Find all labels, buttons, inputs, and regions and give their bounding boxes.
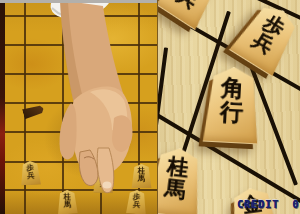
credit-value: 0 (292, 199, 299, 210)
arcade-screen: 歩 兵 歩 兵 桂 馬 桂 馬 歩 兵 (0, 0, 300, 214)
credit-counter: CREDIT0 (237, 199, 299, 210)
video-board-panel: 歩 兵 歩 兵 桂 馬 桂 馬 歩 兵 (0, 0, 157, 214)
piece-face: 角 行 (201, 66, 263, 145)
curled-finger (112, 115, 133, 152)
piece-kanji: 行 (219, 100, 243, 126)
piece-pawn-partial[interactable]: 歩 兵 (157, 0, 228, 31)
credit-label: CREDIT (237, 199, 279, 210)
fingernail (103, 182, 112, 189)
player-hand (0, 0, 157, 214)
piece-kanji: 兵 (174, 0, 201, 12)
closeup-board-panel: 歩 兵 歩 兵 角 行 桂 馬 (157, 0, 300, 214)
piece-keima-knight[interactable]: 桂 馬 (157, 145, 207, 214)
piece-kanji: 馬 (163, 177, 187, 202)
video-top-edge (0, 0, 157, 3)
piece-face: 桂 馬 (157, 145, 207, 214)
video-left-edge (0, 3, 5, 214)
piece-kakugyo-bishop[interactable]: 角 行 (201, 66, 263, 145)
thumb (59, 103, 76, 159)
